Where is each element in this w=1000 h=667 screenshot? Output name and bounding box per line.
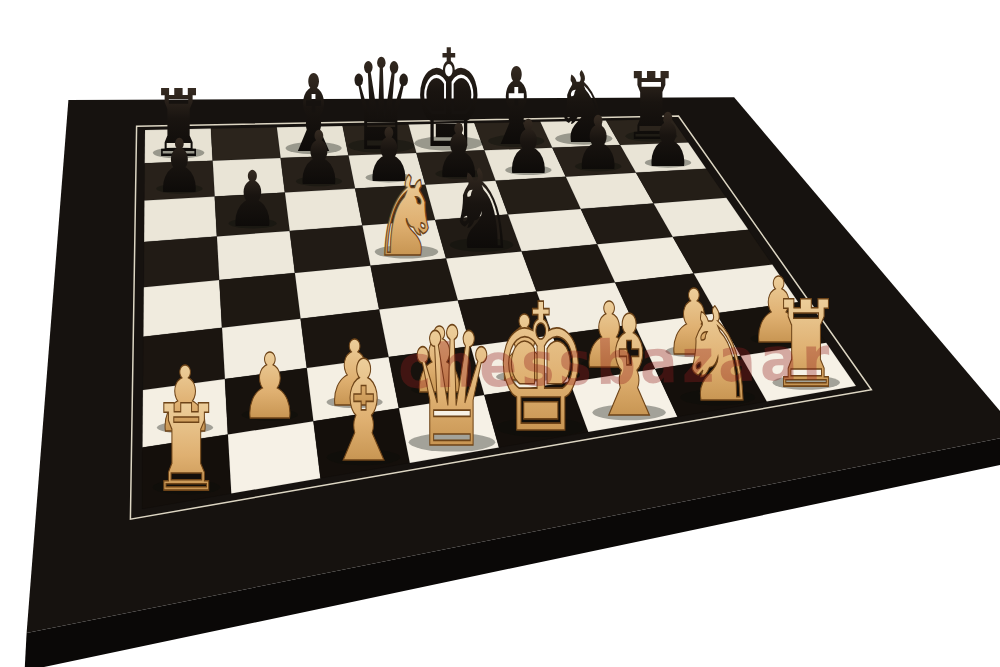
piece-black-pawn-g7: ♟ <box>574 100 623 186</box>
piece-white-bishop-c1: ♝ <box>325 331 403 493</box>
black-pawn-glyph: ♟ <box>294 115 343 201</box>
white-pawn-glyph: ♟ <box>240 334 300 440</box>
square-b4 <box>219 273 300 328</box>
chess-board: ♜♝♛♚♝♞♜♟♟♟♟♟♟♟♟♞♞♟♟♟♟♟♟♟♟♜♝♛♚♝♞♜ <box>0 0 1000 667</box>
white-knight-glyph: ♞ <box>678 280 758 430</box>
white-bishop-glyph: ♝ <box>325 331 403 493</box>
white-bishop-glyph: ♝ <box>590 286 668 448</box>
white-knight-glyph: ♞ <box>372 152 440 280</box>
piece-white-pawn-b2: ♟ <box>240 334 300 440</box>
white-rook-glyph: ♜ <box>151 378 223 518</box>
piece-white-bishop-f1: ♝ <box>590 286 668 448</box>
piece-black-pawn-b6: ♟ <box>227 155 278 245</box>
black-pawn-glyph: ♟ <box>643 96 692 182</box>
piece-white-queen-d1: ♛ <box>406 292 498 484</box>
black-knight-glyph: ♞ <box>448 145 516 273</box>
piece-black-pawn-c7: ♟ <box>294 115 343 201</box>
white-rook-glyph: ♜ <box>770 274 842 414</box>
piece-black-knight-e5: ♞ <box>448 145 516 273</box>
square-a4 <box>143 280 222 337</box>
square-a5 <box>144 236 220 287</box>
white-king-glyph: ♚ <box>493 267 589 471</box>
black-pawn-glyph: ♟ <box>155 122 204 208</box>
white-queen-glyph: ♛ <box>406 292 498 484</box>
piece-white-king-e1: ♚ <box>493 267 589 471</box>
square-c4 <box>295 266 379 319</box>
piece-black-pawn-h7: ♟ <box>643 96 692 182</box>
piece-white-rook-a1: ♜ <box>151 378 223 518</box>
piece-white-knight-d5: ♞ <box>372 152 440 280</box>
chess-set-product-photo: ♜♝♛♚♝♞♜♟♟♟♟♟♟♟♟♞♞♟♟♟♟♟♟♟♟♜♝♛♚♝♞♜ chessba… <box>0 0 1000 667</box>
square-c5 <box>290 225 371 273</box>
piece-white-rook-h1: ♜ <box>770 274 842 414</box>
black-pawn-glyph: ♟ <box>574 100 623 186</box>
piece-white-knight-g1: ♞ <box>678 280 758 430</box>
black-pawn-glyph: ♟ <box>227 155 278 245</box>
piece-black-pawn-a7: ♟ <box>155 122 204 208</box>
